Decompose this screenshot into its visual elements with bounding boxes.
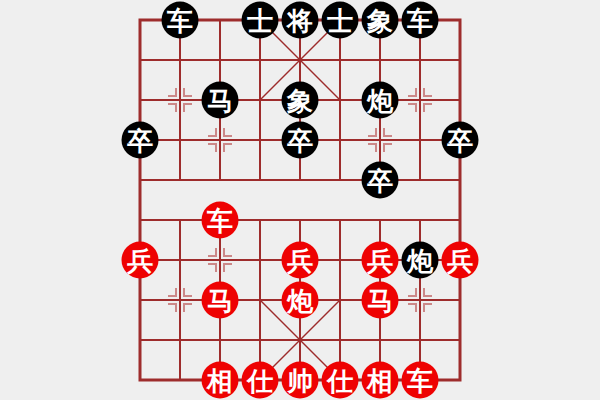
piece-black-elephant[interactable]: 象 (362, 2, 399, 39)
piece-black-chariot[interactable]: 车 (402, 2, 439, 39)
piece-black-elephant[interactable]: 象 (282, 82, 319, 119)
piece-black-pawn[interactable]: 卒 (442, 122, 479, 159)
piece-black-advisor[interactable]: 士 (242, 2, 279, 39)
piece-black-chariot[interactable]: 车 (162, 2, 199, 39)
piece-red-horse[interactable]: 马 (362, 282, 399, 319)
piece-red-chariot[interactable]: 车 (202, 202, 239, 239)
piece-black-cannon[interactable]: 炮 (402, 242, 439, 279)
pieces-layer: 车士将士象车马象炮卒卒卒卒车兵兵兵炮兵马炮马相仕帅仕相车 (0, 0, 600, 400)
piece-black-pawn[interactable]: 卒 (122, 122, 159, 159)
piece-black-horse[interactable]: 马 (202, 82, 239, 119)
piece-black-pawn[interactable]: 卒 (282, 122, 319, 159)
piece-red-pawn[interactable]: 兵 (362, 242, 399, 279)
piece-black-advisor[interactable]: 士 (322, 2, 359, 39)
xiangqi-board: 车士将士象车马象炮卒卒卒卒车兵兵兵炮兵马炮马相仕帅仕相车 (0, 0, 600, 400)
piece-red-pawn[interactable]: 兵 (122, 242, 159, 279)
piece-red-pawn[interactable]: 兵 (282, 242, 319, 279)
piece-red-cannon[interactable]: 炮 (282, 282, 319, 319)
piece-red-horse[interactable]: 马 (202, 282, 239, 319)
piece-red-elephant[interactable]: 相 (362, 362, 399, 399)
piece-red-elephant[interactable]: 相 (202, 362, 239, 399)
piece-black-pawn[interactable]: 卒 (362, 162, 399, 199)
piece-red-chariot[interactable]: 车 (402, 362, 439, 399)
piece-red-advisor[interactable]: 仕 (322, 362, 359, 399)
piece-red-pawn[interactable]: 兵 (442, 242, 479, 279)
piece-red-advisor[interactable]: 仕 (242, 362, 279, 399)
piece-black-cannon[interactable]: 炮 (362, 82, 399, 119)
piece-red-general[interactable]: 帅 (282, 362, 319, 399)
piece-black-general[interactable]: 将 (282, 2, 319, 39)
